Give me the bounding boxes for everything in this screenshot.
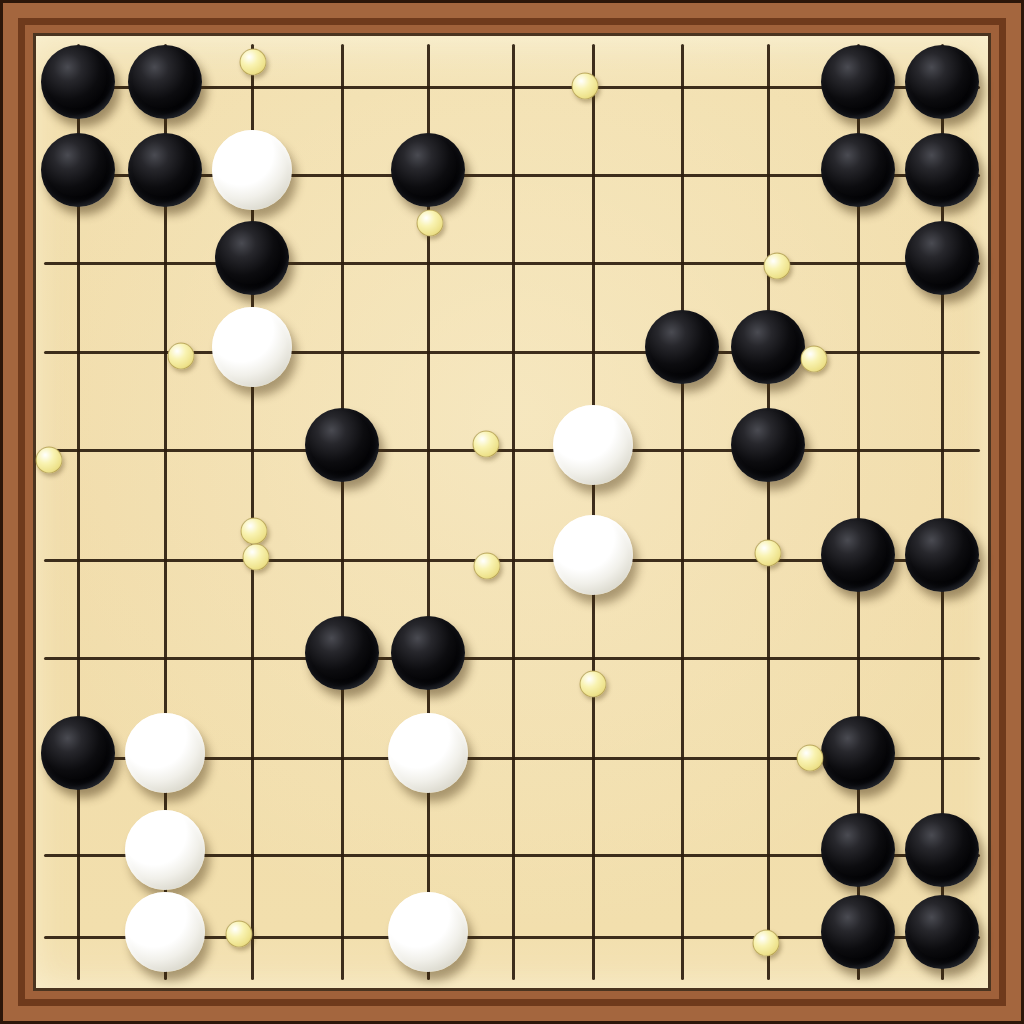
yellow-bead-marker [474, 553, 501, 580]
yellow-bead-marker [226, 921, 253, 948]
yellow-bead-marker [580, 671, 607, 698]
yellow-bead-marker [240, 49, 267, 76]
yellow-bead-marker [801, 346, 828, 373]
go-app-screen [0, 0, 1024, 1024]
yellow-bead-marker [168, 343, 195, 370]
yellow-bead-marker [753, 930, 780, 957]
yellow-bead-marker [572, 73, 599, 100]
yellow-bead-marker [764, 253, 791, 280]
yellow-bead-marker [241, 518, 268, 545]
yellow-bead-marker [36, 447, 63, 474]
yellow-bead-marker [417, 210, 444, 237]
markers-layer [0, 0, 1024, 1024]
yellow-bead-marker [755, 540, 782, 567]
yellow-bead-marker [243, 544, 270, 571]
yellow-bead-marker [473, 431, 500, 458]
yellow-bead-marker [797, 745, 824, 772]
